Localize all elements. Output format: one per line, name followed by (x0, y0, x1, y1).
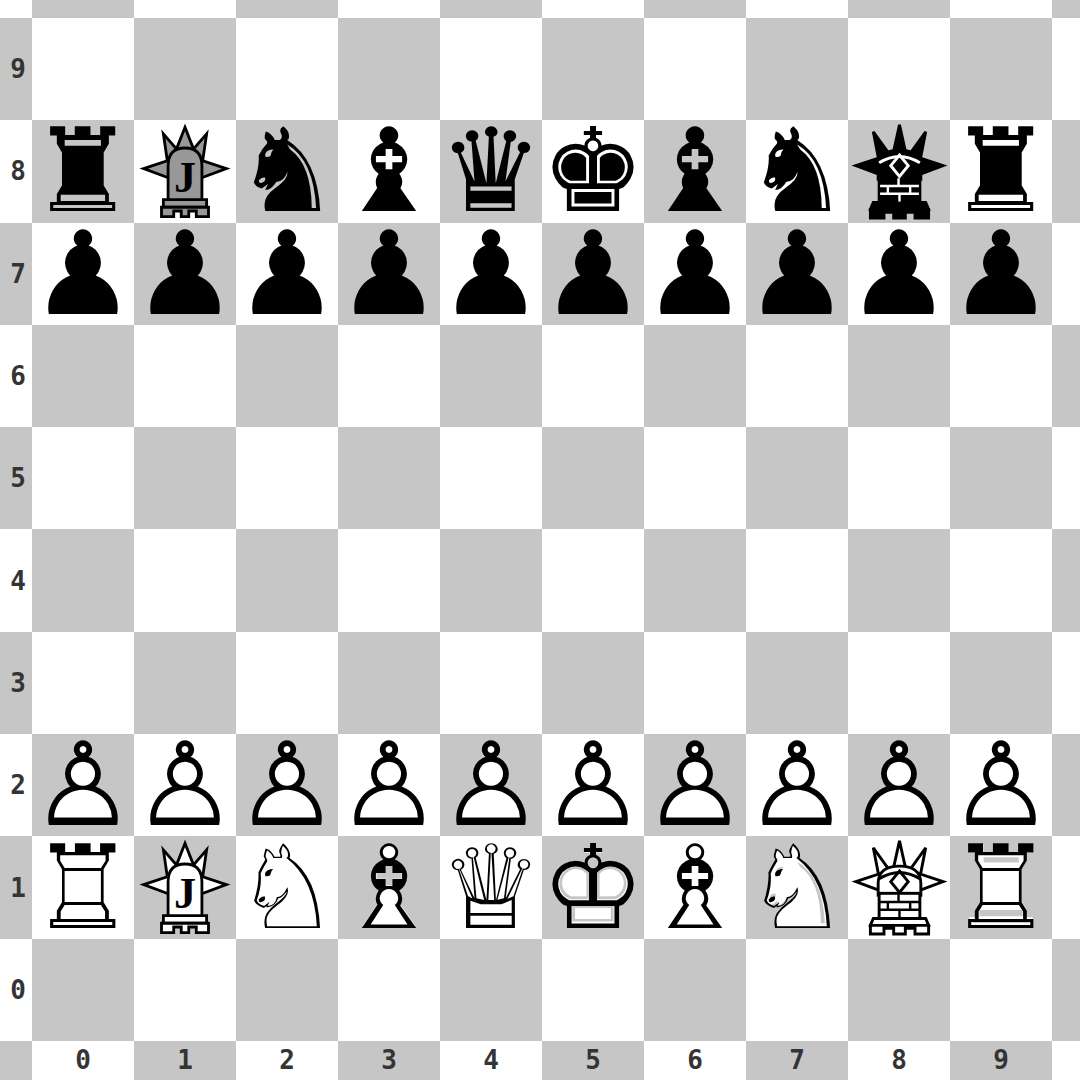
board-edge-cell (950, 0, 1052, 18)
piece-glyph: ♟ (644, 223, 746, 325)
square-f2r0[interactable] (236, 939, 338, 1041)
rank-label-3: 3 (0, 632, 32, 734)
piece-glyph: ♟ (134, 223, 236, 325)
board-edge-cell (338, 0, 440, 18)
square-f4r7[interactable]: ♟ (440, 223, 542, 325)
black-pawn[interactable]: ♟ (236, 223, 338, 325)
black-piece-glyph: ♟ (338, 223, 440, 325)
file-label-8: 8 (848, 1041, 950, 1080)
file-coordinate-text: 9 (993, 1047, 1009, 1073)
square-f7r1[interactable]: ♞♘ (746, 836, 848, 938)
square-f5r5[interactable] (542, 427, 644, 529)
square-f9r4[interactable] (950, 529, 1052, 631)
board-edge-cell (1052, 325, 1080, 427)
square-f0r0[interactable] (32, 939, 134, 1041)
file-label-6: 6 (644, 1041, 746, 1080)
black-piece-glyph: ♟ (32, 223, 134, 325)
file-label-9: 9 (950, 1041, 1052, 1080)
square-f7r5[interactable] (746, 427, 848, 529)
white-queen[interactable]: ♛♕ (440, 836, 542, 938)
square-f9r7[interactable]: ♟ (950, 223, 1052, 325)
svg-text:J: J (174, 153, 196, 202)
board-edge-cell (1052, 427, 1080, 529)
black-pawn[interactable]: ♟ (32, 223, 134, 325)
piece-glyph: ♟ (542, 223, 644, 325)
black-pawn[interactable]: ♟ (644, 223, 746, 325)
rank-label-7: 7 (0, 223, 32, 325)
square-f8r9[interactable] (848, 18, 950, 120)
square-f4r5[interactable] (440, 427, 542, 529)
square-f2r4[interactable] (236, 529, 338, 631)
piece-glyph: ♟ (338, 223, 440, 325)
black-pawn[interactable]: ♟ (134, 223, 236, 325)
square-f5r6[interactable] (542, 325, 644, 427)
rank-label-6: 6 (0, 325, 32, 427)
black-pawn[interactable]: ♟ (338, 223, 440, 325)
square-f5r7[interactable]: ♟ (542, 223, 644, 325)
square-f4r4[interactable] (440, 529, 542, 631)
square-f9r6[interactable] (950, 325, 1052, 427)
black-piece-glyph: ♟ (950, 223, 1052, 325)
white-pawn[interactable]: ♟♙ (848, 734, 950, 836)
piece-glyph: ♝♗ (338, 836, 440, 938)
file-coordinate-text: 2 (279, 1047, 295, 1073)
square-f1r1[interactable]: J (134, 836, 236, 938)
square-f1r5[interactable] (134, 427, 236, 529)
board-edge-cell (1052, 734, 1080, 836)
square-f8r6[interactable] (848, 325, 950, 427)
square-f8r5[interactable] (848, 427, 950, 529)
black-pawn[interactable]: ♟ (440, 223, 542, 325)
square-f3r0[interactable] (338, 939, 440, 1041)
file-coordinate-text: 1 (177, 1047, 193, 1073)
file-label-1: 1 (134, 1041, 236, 1080)
rank-coordinate-text: 0 (6, 977, 26, 1003)
white-rook[interactable]: ♜♖ (950, 836, 1052, 938)
square-f6r1[interactable]: ♝♗ (644, 836, 746, 938)
square-f1r2[interactable]: ♟♙ (134, 734, 236, 836)
white-piece-outline: ♙ (848, 734, 950, 836)
square-f1r7[interactable]: ♟ (134, 223, 236, 325)
square-f8r4[interactable] (848, 529, 950, 631)
file-coordinate-text: 4 (483, 1047, 499, 1073)
file-label-3: 3 (338, 1041, 440, 1080)
square-f2r7[interactable]: ♟ (236, 223, 338, 325)
square-f6r7[interactable]: ♟ (644, 223, 746, 325)
black-piece-glyph: ♟ (134, 223, 236, 325)
square-f1r0[interactable] (134, 939, 236, 1041)
square-f7r0[interactable] (746, 939, 848, 1041)
square-f0r5[interactable] (32, 427, 134, 529)
piece-glyph: ♟ (440, 223, 542, 325)
file-label-5: 5 (542, 1041, 644, 1080)
square-f4r6[interactable] (440, 325, 542, 427)
piece-glyph: ♝♗ (644, 836, 746, 938)
square-f6r5[interactable] (644, 427, 746, 529)
black-pawn[interactable]: ♟ (848, 223, 950, 325)
board-edge-cell (644, 0, 746, 18)
square-f6r6[interactable] (644, 325, 746, 427)
rank-coordinate-text: 9 (6, 56, 26, 82)
rank-label-8: 8 (0, 120, 32, 222)
rank-label-0: 0 (0, 939, 32, 1041)
white-piece-outline: ♗ (338, 836, 440, 938)
piece-glyph: ♟ (236, 223, 338, 325)
file-coordinate-text: 6 (687, 1047, 703, 1073)
white-piece-outline: ♔ (542, 836, 644, 938)
square-f4r0[interactable] (440, 939, 542, 1041)
board-edge-cell (848, 0, 950, 18)
white-bishop[interactable]: ♝♗ (338, 836, 440, 938)
board-edge-cell (1052, 120, 1080, 222)
square-f7r6[interactable] (746, 325, 848, 427)
board-edge-cell (1052, 0, 1080, 18)
rank-label-1: 1 (0, 836, 32, 938)
board-edge-cell (440, 0, 542, 18)
board-edge-cell (1052, 223, 1080, 325)
chess-app-window: 98♜ J ♞♝♛♚♝♞ ♜7♟♟♟♟♟♟♟♟♟♟65432♟♙♟♙♟♙♟♙♟♙… (0, 0, 1080, 1080)
rank-coordinate-text: 4 (6, 568, 26, 594)
board-edge-cell (746, 0, 848, 18)
black-piece-glyph: ♟ (644, 223, 746, 325)
square-f2r6[interactable] (236, 325, 338, 427)
white-piece-outline: ♙ (134, 734, 236, 836)
board-edge-cell (0, 0, 32, 18)
rank-label-5: 5 (0, 427, 32, 529)
square-f8r7[interactable]: ♟ (848, 223, 950, 325)
square-f9r1[interactable]: ♜♖ (950, 836, 1052, 938)
white-rook[interactable]: ♜♖ (32, 836, 134, 938)
square-f9r5[interactable] (950, 427, 1052, 529)
file-label-7: 7 (746, 1041, 848, 1080)
white-piece-outline: ♘ (236, 836, 338, 938)
white-piece-outline: ♖ (32, 836, 134, 938)
black-pawn[interactable]: ♟ (950, 223, 1052, 325)
chess-board: 98♜ J ♞♝♛♚♝♞ ♜7♟♟♟♟♟♟♟♟♟♟65432♟♙♟♙♟♙♟♙♟♙… (0, 0, 1080, 1080)
square-f0r1[interactable]: ♜♖ (32, 836, 134, 938)
square-f3r4[interactable] (338, 529, 440, 631)
rank-coordinate-text: 8 (6, 158, 26, 184)
piece-glyph: ♞♘ (746, 836, 848, 938)
white-piece-outline: ♖ (950, 836, 1052, 938)
white-piece-outline: ♘ (746, 836, 848, 938)
piece-glyph: ♟ (848, 223, 950, 325)
piece-glyph: ♛♕ (440, 836, 542, 938)
black-pawn[interactable]: ♟ (746, 223, 848, 325)
black-piece-glyph: ♟ (440, 223, 542, 325)
square-f6r0[interactable] (644, 939, 746, 1041)
piece-glyph: ♜♖ (950, 836, 1052, 938)
rank-label-4: 4 (0, 529, 32, 631)
square-f0r6[interactable] (32, 325, 134, 427)
white-piece-outline: ♗ (644, 836, 746, 938)
piece-glyph: ♟♙ (848, 734, 950, 836)
square-f2r1[interactable]: ♞♘ (236, 836, 338, 938)
square-f7r7[interactable]: ♟ (746, 223, 848, 325)
square-f1r9[interactable] (134, 18, 236, 120)
square-f8r0[interactable] (848, 939, 950, 1041)
piece-glyph: ♟ (32, 223, 134, 325)
black-pawn[interactable]: ♟ (542, 223, 644, 325)
board-edge-cell (1052, 1041, 1080, 1080)
square-f3r1[interactable]: ♝♗ (338, 836, 440, 938)
white-pawn[interactable]: ♟♙ (134, 734, 236, 836)
square-f9r0[interactable] (950, 939, 1052, 1041)
piece-glyph: ♞♘ (236, 836, 338, 938)
svg-text:J: J (174, 869, 196, 918)
file-label-0: 0 (32, 1041, 134, 1080)
rank-coordinate-text: 7 (6, 261, 26, 287)
square-f3r6[interactable] (338, 325, 440, 427)
rank-coordinate-text: 5 (6, 465, 26, 491)
white-bishop[interactable]: ♝♗ (644, 836, 746, 938)
piece-glyph: ♟ (950, 223, 1052, 325)
piece-glyph: ♚♔ (542, 836, 644, 938)
rank-label-9: 9 (0, 18, 32, 120)
square-f5r1[interactable]: ♚♔ (542, 836, 644, 938)
file-coordinate-text: 8 (891, 1047, 907, 1073)
square-f6r4[interactable] (644, 529, 746, 631)
piece-glyph: ♟ (746, 223, 848, 325)
board-edge-cell (0, 1041, 32, 1080)
square-f0r7[interactable]: ♟ (32, 223, 134, 325)
white-knight[interactable]: ♞♘ (746, 836, 848, 938)
square-f5r4[interactable] (542, 529, 644, 631)
board-edge-cell (32, 0, 134, 18)
board-edge-cell (1052, 529, 1080, 631)
black-piece-glyph: ♟ (236, 223, 338, 325)
board-edge-cell (542, 0, 644, 18)
file-label-2: 2 (236, 1041, 338, 1080)
piece-glyph: ♟♙ (134, 734, 236, 836)
square-f5r0[interactable] (542, 939, 644, 1041)
file-coordinate-text: 7 (789, 1047, 805, 1073)
board-edge-cell (236, 0, 338, 18)
square-f1r6[interactable] (134, 325, 236, 427)
black-piece-glyph: ♟ (542, 223, 644, 325)
square-f0r4[interactable] (32, 529, 134, 631)
file-coordinate-text: 5 (585, 1047, 601, 1073)
square-f3r7[interactable]: ♟ (338, 223, 440, 325)
piece-glyph: ♜♖ (32, 836, 134, 938)
white-knight[interactable]: ♞♘ (236, 836, 338, 938)
square-f8r2[interactable]: ♟♙ (848, 734, 950, 836)
square-f4r1[interactable]: ♛♕ (440, 836, 542, 938)
white-piece-outline: ♕ (440, 836, 542, 938)
square-f8r1[interactable] (848, 836, 950, 938)
white-king[interactable]: ♚♔ (542, 836, 644, 938)
square-f2r5[interactable] (236, 427, 338, 529)
file-label-4: 4 (440, 1041, 542, 1080)
rank-coordinate-text: 6 (6, 363, 26, 389)
rank-coordinate-text: 1 (6, 875, 26, 901)
square-f1r4[interactable] (134, 529, 236, 631)
file-coordinate-text: 3 (381, 1047, 397, 1073)
black-piece-glyph: ♟ (746, 223, 848, 325)
board-edge-cell (1052, 632, 1080, 734)
white-chancellor[interactable] (848, 836, 950, 938)
file-coordinate-text: 0 (75, 1047, 91, 1073)
board-edge-cell (1052, 18, 1080, 120)
rank-coordinate-text: 3 (6, 670, 26, 696)
rank-coordinate-text: 2 (6, 772, 26, 798)
square-f3r5[interactable] (338, 427, 440, 529)
rank-label-2: 2 (0, 734, 32, 836)
square-f7r4[interactable] (746, 529, 848, 631)
board-edge-cell (134, 0, 236, 18)
black-piece-glyph: ♟ (848, 223, 950, 325)
board-edge-cell (1052, 939, 1080, 1041)
board-edge-cell (1052, 836, 1080, 938)
white-jester[interactable]: J (134, 836, 236, 938)
